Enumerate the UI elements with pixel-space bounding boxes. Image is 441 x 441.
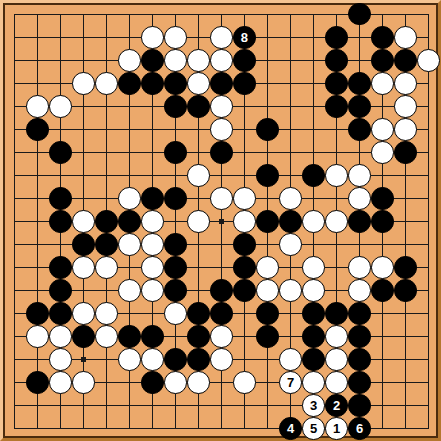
stone-black[interactable]	[325, 26, 348, 49]
move-number-label: 2	[333, 399, 340, 412]
stone-white[interactable]	[371, 256, 394, 279]
move-number-label: 7	[287, 376, 294, 389]
stone-black[interactable]	[394, 49, 417, 72]
stone-black[interactable]	[233, 72, 256, 95]
stone-black[interactable]	[371, 49, 394, 72]
stone-black[interactable]	[95, 210, 118, 233]
stone-white[interactable]	[72, 256, 95, 279]
move-number-label: 1	[333, 422, 340, 435]
stone-white[interactable]	[233, 210, 256, 233]
stone-black[interactable]	[187, 302, 210, 325]
stone-black[interactable]	[233, 279, 256, 302]
stone-white[interactable]	[187, 49, 210, 72]
stone-white[interactable]	[141, 233, 164, 256]
stone-white[interactable]	[348, 164, 371, 187]
move-number-label: 5	[310, 422, 317, 435]
stone-black[interactable]	[233, 49, 256, 72]
stone-black[interactable]	[210, 302, 233, 325]
stone-black[interactable]	[302, 348, 325, 371]
stone-black[interactable]	[164, 95, 187, 118]
stone-black[interactable]	[187, 348, 210, 371]
stone-white[interactable]	[302, 256, 325, 279]
stone-black[interactable]	[118, 72, 141, 95]
stone-black[interactable]	[118, 325, 141, 348]
stone-white[interactable]	[417, 49, 440, 72]
stone-black[interactable]: 6	[348, 417, 371, 440]
stone-black[interactable]	[164, 348, 187, 371]
move-number-label: 4	[287, 422, 294, 435]
stone-white[interactable]	[371, 141, 394, 164]
stone-white[interactable]	[325, 348, 348, 371]
stone-black[interactable]	[348, 302, 371, 325]
stone-black[interactable]	[348, 371, 371, 394]
stone-black[interactable]	[164, 233, 187, 256]
stone-black[interactable]	[210, 141, 233, 164]
stone-white[interactable]	[72, 210, 95, 233]
stone-white[interactable]	[279, 233, 302, 256]
stone-black[interactable]	[348, 210, 371, 233]
stone-white[interactable]	[49, 348, 72, 371]
stone-black[interactable]	[187, 325, 210, 348]
stone-black[interactable]	[394, 256, 417, 279]
stone-black[interactable]	[187, 95, 210, 118]
move-number-label: 3	[310, 399, 317, 412]
stone-black[interactable]	[141, 325, 164, 348]
stone-black[interactable]	[164, 187, 187, 210]
stone-black[interactable]	[164, 279, 187, 302]
stone-white[interactable]	[233, 187, 256, 210]
stone-white[interactable]	[371, 72, 394, 95]
stone-white[interactable]	[95, 256, 118, 279]
stone-white[interactable]	[187, 164, 210, 187]
stone-white[interactable]	[256, 279, 279, 302]
stone-white[interactable]	[394, 118, 417, 141]
stone-black[interactable]	[233, 233, 256, 256]
stone-white[interactable]	[348, 187, 371, 210]
stone-black[interactable]	[49, 187, 72, 210]
stone-black[interactable]	[72, 325, 95, 348]
stone-white[interactable]	[49, 371, 72, 394]
stone-black[interactable]	[348, 72, 371, 95]
stone-white[interactable]	[72, 302, 95, 325]
stone-black[interactable]	[49, 256, 72, 279]
stone-white[interactable]	[118, 187, 141, 210]
stone-white[interactable]	[233, 371, 256, 394]
stone-black[interactable]	[164, 256, 187, 279]
stone-white[interactable]	[325, 164, 348, 187]
stone-white[interactable]	[187, 210, 210, 233]
move-number-label: 8	[241, 31, 248, 44]
stone-white[interactable]	[210, 26, 233, 49]
stone-black[interactable]	[302, 164, 325, 187]
stone-white[interactable]	[394, 95, 417, 118]
stone-white[interactable]	[49, 325, 72, 348]
stone-white[interactable]	[95, 302, 118, 325]
stone-white[interactable]	[210, 118, 233, 141]
stone-black[interactable]	[95, 233, 118, 256]
stone-white[interactable]	[210, 348, 233, 371]
stone-black[interactable]	[348, 348, 371, 371]
stone-white[interactable]	[371, 118, 394, 141]
stone-white[interactable]	[187, 371, 210, 394]
stone-black[interactable]	[164, 141, 187, 164]
stone-black[interactable]	[325, 95, 348, 118]
stone-white[interactable]	[325, 371, 348, 394]
stone-white[interactable]	[141, 26, 164, 49]
stone-black[interactable]	[348, 394, 371, 417]
stone-black[interactable]	[256, 164, 279, 187]
stone-black[interactable]	[26, 371, 49, 394]
stone-white[interactable]	[325, 325, 348, 348]
stone-white[interactable]	[26, 95, 49, 118]
stone-black[interactable]	[26, 118, 49, 141]
stone-black[interactable]	[164, 72, 187, 95]
stone-white[interactable]	[279, 348, 302, 371]
stone-black[interactable]	[256, 210, 279, 233]
grid-line-vertical	[428, 14, 429, 430]
stone-white[interactable]	[256, 256, 279, 279]
stone-white[interactable]	[210, 49, 233, 72]
stone-white[interactable]	[141, 256, 164, 279]
stone-white[interactable]	[210, 95, 233, 118]
stone-black[interactable]	[302, 302, 325, 325]
stone-black[interactable]	[348, 3, 371, 26]
star-point	[219, 219, 224, 224]
stone-white[interactable]	[302, 279, 325, 302]
stone-black[interactable]	[141, 72, 164, 95]
stone-white[interactable]: 1	[325, 417, 348, 440]
stone-black[interactable]	[49, 302, 72, 325]
stone-black[interactable]	[26, 302, 49, 325]
stone-white[interactable]	[118, 348, 141, 371]
stone-black[interactable]	[49, 210, 72, 233]
stone-white[interactable]	[95, 72, 118, 95]
stone-black[interactable]	[371, 187, 394, 210]
stone-black[interactable]	[348, 325, 371, 348]
stone-white[interactable]	[279, 279, 302, 302]
stone-white[interactable]: 5	[302, 417, 325, 440]
stone-black[interactable]	[371, 210, 394, 233]
stone-white[interactable]	[348, 279, 371, 302]
stone-white[interactable]	[118, 233, 141, 256]
stone-black[interactable]	[256, 325, 279, 348]
stone-white[interactable]: 3	[302, 394, 325, 417]
stone-white[interactable]	[141, 210, 164, 233]
stone-white[interactable]	[72, 371, 95, 394]
stone-black[interactable]	[394, 279, 417, 302]
stone-black[interactable]	[325, 302, 348, 325]
stone-black[interactable]	[302, 325, 325, 348]
stone-white[interactable]	[49, 95, 72, 118]
stone-white[interactable]	[141, 279, 164, 302]
stone-black[interactable]: 2	[325, 394, 348, 417]
move-number-label: 6	[356, 422, 363, 435]
stone-black[interactable]	[325, 49, 348, 72]
stone-black[interactable]	[118, 210, 141, 233]
stone-white[interactable]	[187, 72, 210, 95]
stone-black[interactable]	[371, 279, 394, 302]
goban[interactable]: 87324516	[0, 0, 441, 441]
star-point	[81, 357, 86, 362]
stone-white[interactable]	[118, 279, 141, 302]
stone-white[interactable]	[279, 187, 302, 210]
stone-black[interactable]	[279, 210, 302, 233]
stone-white[interactable]	[164, 371, 187, 394]
stone-black[interactable]: 8	[233, 26, 256, 49]
stone-white[interactable]	[302, 210, 325, 233]
stone-black[interactable]	[371, 26, 394, 49]
stone-white[interactable]: 7	[279, 371, 302, 394]
stone-white[interactable]	[302, 371, 325, 394]
stone-white[interactable]	[26, 325, 49, 348]
stone-black[interactable]	[256, 118, 279, 141]
stone-white[interactable]	[394, 26, 417, 49]
stone-black[interactable]	[141, 187, 164, 210]
stone-black[interactable]	[325, 72, 348, 95]
stone-white[interactable]	[348, 256, 371, 279]
stone-white[interactable]	[118, 49, 141, 72]
stone-black[interactable]	[72, 233, 95, 256]
stone-black[interactable]	[210, 72, 233, 95]
stone-white[interactable]	[325, 210, 348, 233]
stone-black[interactable]	[49, 279, 72, 302]
stone-black[interactable]	[49, 141, 72, 164]
stone-black[interactable]	[210, 279, 233, 302]
stone-black[interactable]	[394, 141, 417, 164]
stone-white[interactable]	[95, 325, 118, 348]
stone-white[interactable]	[164, 26, 187, 49]
stone-black[interactable]	[141, 49, 164, 72]
stone-black[interactable]	[141, 371, 164, 394]
stone-white[interactable]	[72, 72, 95, 95]
stone-white[interactable]	[164, 49, 187, 72]
stone-white[interactable]	[141, 348, 164, 371]
stone-black[interactable]	[348, 118, 371, 141]
stone-white[interactable]	[164, 302, 187, 325]
go-diagram-page: 87324516	[0, 0, 441, 441]
stone-black[interactable]: 4	[279, 417, 302, 440]
stone-black[interactable]	[233, 256, 256, 279]
stone-black[interactable]	[256, 302, 279, 325]
stone-white[interactable]	[210, 187, 233, 210]
stone-white[interactable]	[394, 72, 417, 95]
stone-white[interactable]	[210, 325, 233, 348]
stone-black[interactable]	[348, 95, 371, 118]
